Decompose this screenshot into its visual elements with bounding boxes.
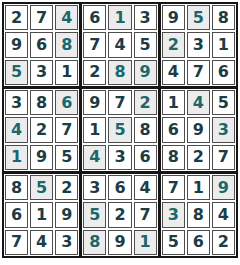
cell-r1c6[interactable]: 3 bbox=[134, 5, 157, 30]
cell-r1c9[interactable]: 8 bbox=[212, 5, 235, 30]
cell-r1c5[interactable]: 1 bbox=[108, 5, 131, 30]
box-3-1: 852619743 bbox=[4, 174, 79, 256]
box-2-3: 145693827 bbox=[161, 89, 236, 171]
cell-r9c6[interactable]: 1 bbox=[134, 230, 157, 255]
cell-r2c8[interactable]: 3 bbox=[187, 32, 210, 57]
box-1-1: 274968531 bbox=[4, 4, 79, 86]
cell-r4c3[interactable]: 6 bbox=[55, 90, 78, 115]
box-1-3: 958231476 bbox=[161, 4, 236, 86]
cell-r3c9[interactable]: 6 bbox=[212, 60, 235, 85]
cell-r5c5[interactable]: 5 bbox=[108, 117, 131, 142]
cell-r4c4[interactable]: 9 bbox=[83, 90, 106, 115]
cell-r6c3[interactable]: 5 bbox=[55, 145, 78, 170]
cell-r1c3[interactable]: 4 bbox=[55, 5, 78, 30]
cell-r6c7[interactable]: 8 bbox=[162, 145, 185, 170]
cell-r8c9[interactable]: 4 bbox=[212, 202, 235, 227]
cell-r6c6[interactable]: 6 bbox=[134, 145, 157, 170]
cell-r9c1[interactable]: 7 bbox=[5, 230, 28, 255]
cell-r4c5[interactable]: 7 bbox=[108, 90, 131, 115]
cell-r9c8[interactable]: 6 bbox=[187, 230, 210, 255]
cell-r4c6[interactable]: 2 bbox=[134, 90, 157, 115]
sudoku-board: 2749685316137452899582314763864271959721… bbox=[2, 2, 238, 258]
cell-r6c1[interactable]: 1 bbox=[5, 145, 28, 170]
cell-r6c2[interactable]: 9 bbox=[30, 145, 53, 170]
cell-r7c1[interactable]: 8 bbox=[5, 175, 28, 200]
cell-r7c3[interactable]: 2 bbox=[55, 175, 78, 200]
box-3-2: 364527891 bbox=[82, 174, 157, 256]
cell-r8c3[interactable]: 9 bbox=[55, 202, 78, 227]
cell-r5c8[interactable]: 9 bbox=[187, 117, 210, 142]
cell-r4c7[interactable]: 1 bbox=[162, 90, 185, 115]
cell-r9c9[interactable]: 2 bbox=[212, 230, 235, 255]
box-3-3: 719384562 bbox=[161, 174, 236, 256]
cell-r8c1[interactable]: 6 bbox=[5, 202, 28, 227]
cell-r2c1[interactable]: 9 bbox=[5, 32, 28, 57]
cell-r9c7[interactable]: 5 bbox=[162, 230, 185, 255]
cell-r6c8[interactable]: 2 bbox=[187, 145, 210, 170]
cell-r4c9[interactable]: 5 bbox=[212, 90, 235, 115]
cell-r4c8[interactable]: 4 bbox=[187, 90, 210, 115]
cell-r3c7[interactable]: 4 bbox=[162, 60, 185, 85]
cell-r1c1[interactable]: 2 bbox=[5, 5, 28, 30]
cell-r8c2[interactable]: 1 bbox=[30, 202, 53, 227]
cell-r8c8[interactable]: 8 bbox=[187, 202, 210, 227]
box-1-2: 613745289 bbox=[82, 4, 157, 86]
box-2-2: 972158436 bbox=[82, 89, 157, 171]
cell-r9c5[interactable]: 9 bbox=[108, 230, 131, 255]
cell-r7c5[interactable]: 6 bbox=[108, 175, 131, 200]
cell-r2c4[interactable]: 7 bbox=[83, 32, 106, 57]
cell-r4c1[interactable]: 3 bbox=[5, 90, 28, 115]
cell-r1c8[interactable]: 5 bbox=[187, 5, 210, 30]
cell-r6c9[interactable]: 7 bbox=[212, 145, 235, 170]
cell-r2c2[interactable]: 6 bbox=[30, 32, 53, 57]
cell-r5c7[interactable]: 6 bbox=[162, 117, 185, 142]
cell-r1c4[interactable]: 6 bbox=[83, 5, 106, 30]
cell-r7c2[interactable]: 5 bbox=[30, 175, 53, 200]
cell-r2c3[interactable]: 8 bbox=[55, 32, 78, 57]
cell-r1c7[interactable]: 9 bbox=[162, 5, 185, 30]
cell-r2c6[interactable]: 5 bbox=[134, 32, 157, 57]
cell-r5c9[interactable]: 3 bbox=[212, 117, 235, 142]
cell-r9c3[interactable]: 3 bbox=[55, 230, 78, 255]
cell-r3c3[interactable]: 1 bbox=[55, 60, 78, 85]
cell-r8c4[interactable]: 5 bbox=[83, 202, 106, 227]
cell-r7c6[interactable]: 4 bbox=[134, 175, 157, 200]
cell-r7c8[interactable]: 1 bbox=[187, 175, 210, 200]
cell-r3c5[interactable]: 8 bbox=[108, 60, 131, 85]
cell-r2c9[interactable]: 1 bbox=[212, 32, 235, 57]
cell-r3c1[interactable]: 5 bbox=[5, 60, 28, 85]
cell-r2c5[interactable]: 4 bbox=[108, 32, 131, 57]
cell-r3c6[interactable]: 9 bbox=[134, 60, 157, 85]
cell-r5c1[interactable]: 4 bbox=[5, 117, 28, 142]
cell-r6c4[interactable]: 4 bbox=[83, 145, 106, 170]
cell-r5c4[interactable]: 1 bbox=[83, 117, 106, 142]
cell-r3c8[interactable]: 7 bbox=[187, 60, 210, 85]
cell-r3c2[interactable]: 3 bbox=[30, 60, 53, 85]
cell-r7c7[interactable]: 7 bbox=[162, 175, 185, 200]
cell-r8c5[interactable]: 2 bbox=[108, 202, 131, 227]
cell-r5c6[interactable]: 8 bbox=[134, 117, 157, 142]
cell-r2c7[interactable]: 2 bbox=[162, 32, 185, 57]
cell-r6c5[interactable]: 3 bbox=[108, 145, 131, 170]
cell-r3c4[interactable]: 2 bbox=[83, 60, 106, 85]
cell-r1c2[interactable]: 7 bbox=[30, 5, 53, 30]
cell-r9c2[interactable]: 4 bbox=[30, 230, 53, 255]
cell-r8c6[interactable]: 7 bbox=[134, 202, 157, 227]
cell-r8c7[interactable]: 3 bbox=[162, 202, 185, 227]
box-2-1: 386427195 bbox=[4, 89, 79, 171]
cell-r9c4[interactable]: 8 bbox=[83, 230, 106, 255]
cell-r7c4[interactable]: 3 bbox=[83, 175, 106, 200]
cell-r5c2[interactable]: 2 bbox=[30, 117, 53, 142]
cell-r5c3[interactable]: 7 bbox=[55, 117, 78, 142]
cell-r7c9[interactable]: 9 bbox=[212, 175, 235, 200]
cell-r4c2[interactable]: 8 bbox=[30, 90, 53, 115]
